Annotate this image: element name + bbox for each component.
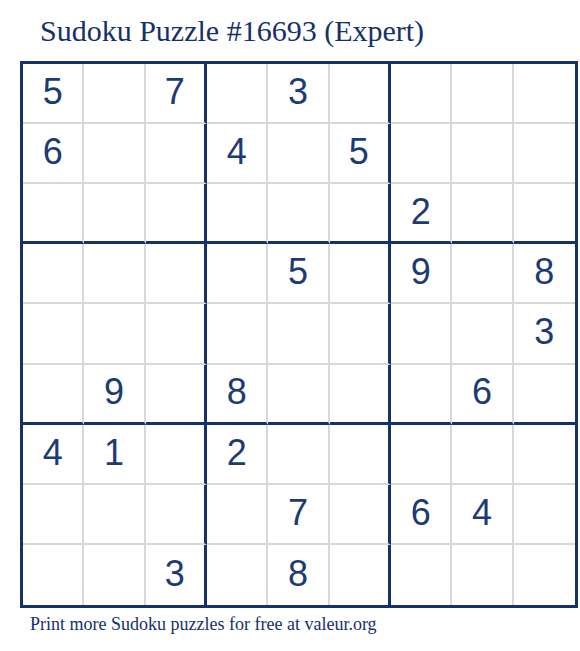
cell-r6c5[interactable] bbox=[268, 365, 329, 425]
cell-r2c3[interactable] bbox=[146, 124, 207, 184]
cell-r1c8[interactable] bbox=[452, 64, 513, 124]
cell-r8c9[interactable] bbox=[514, 485, 575, 545]
cell-r9c2[interactable] bbox=[84, 545, 145, 605]
cell-r9c5[interactable]: 8 bbox=[268, 545, 329, 605]
cell-r1c3[interactable]: 7 bbox=[146, 64, 207, 124]
cell-r6c7[interactable] bbox=[391, 365, 452, 425]
cell-r1c5[interactable]: 3 bbox=[268, 64, 329, 124]
cell-r4c1[interactable] bbox=[23, 244, 84, 304]
cell-r2c4[interactable]: 4 bbox=[207, 124, 268, 184]
cell-r3c7[interactable]: 2 bbox=[391, 184, 452, 244]
cell-r8c2[interactable] bbox=[84, 485, 145, 545]
cell-r1c2[interactable] bbox=[84, 64, 145, 124]
cell-r5c5[interactable] bbox=[268, 304, 329, 364]
cell-r5c7[interactable] bbox=[391, 304, 452, 364]
cell-r7c2[interactable]: 1 bbox=[84, 425, 145, 485]
cell-r6c4[interactable]: 8 bbox=[207, 365, 268, 425]
cell-r9c6[interactable] bbox=[330, 545, 391, 605]
cell-r3c6[interactable] bbox=[330, 184, 391, 244]
cell-r4c9[interactable]: 8 bbox=[514, 244, 575, 304]
cell-r4c8[interactable] bbox=[452, 244, 513, 304]
cell-r5c2[interactable] bbox=[84, 304, 145, 364]
cell-r9c9[interactable] bbox=[514, 545, 575, 605]
cell-r7c7[interactable] bbox=[391, 425, 452, 485]
cell-r2c8[interactable] bbox=[452, 124, 513, 184]
cell-r2c1[interactable]: 6 bbox=[23, 124, 84, 184]
cell-r6c8[interactable]: 6 bbox=[452, 365, 513, 425]
cell-r7c6[interactable] bbox=[330, 425, 391, 485]
cell-r8c4[interactable] bbox=[207, 485, 268, 545]
cell-r5c9[interactable]: 3 bbox=[514, 304, 575, 364]
cell-r2c5[interactable] bbox=[268, 124, 329, 184]
cell-r8c8[interactable]: 4 bbox=[452, 485, 513, 545]
cell-r5c1[interactable] bbox=[23, 304, 84, 364]
cell-r3c3[interactable] bbox=[146, 184, 207, 244]
cell-r9c1[interactable] bbox=[23, 545, 84, 605]
cell-r3c8[interactable] bbox=[452, 184, 513, 244]
sudoku-page: Sudoku Puzzle #16693 (Expert) 5736452598… bbox=[0, 0, 580, 651]
cell-r1c9[interactable] bbox=[514, 64, 575, 124]
cell-r1c7[interactable] bbox=[391, 64, 452, 124]
cell-r6c2[interactable]: 9 bbox=[84, 365, 145, 425]
cell-r6c6[interactable] bbox=[330, 365, 391, 425]
cell-r1c6[interactable] bbox=[330, 64, 391, 124]
cell-r1c4[interactable] bbox=[207, 64, 268, 124]
cell-r8c5[interactable]: 7 bbox=[268, 485, 329, 545]
footer-text: Print more Sudoku puzzles for free at va… bbox=[30, 614, 377, 636]
cell-r6c1[interactable] bbox=[23, 365, 84, 425]
cell-r7c4[interactable]: 2 bbox=[207, 425, 268, 485]
cell-r4c7[interactable]: 9 bbox=[391, 244, 452, 304]
cell-r9c4[interactable] bbox=[207, 545, 268, 605]
cell-r7c8[interactable] bbox=[452, 425, 513, 485]
page-title: Sudoku Puzzle #16693 (Expert) bbox=[40, 14, 424, 47]
cell-r6c3[interactable] bbox=[146, 365, 207, 425]
cell-r4c2[interactable] bbox=[84, 244, 145, 304]
cell-r4c4[interactable] bbox=[207, 244, 268, 304]
cell-r3c1[interactable] bbox=[23, 184, 84, 244]
cell-r5c8[interactable] bbox=[452, 304, 513, 364]
cell-r8c6[interactable] bbox=[330, 485, 391, 545]
cell-r1c1[interactable]: 5 bbox=[23, 64, 84, 124]
cell-r6c9[interactable] bbox=[514, 365, 575, 425]
cell-r7c1[interactable]: 4 bbox=[23, 425, 84, 485]
sudoku-board: 5736452598398641276438 bbox=[20, 61, 578, 608]
cell-r3c5[interactable] bbox=[268, 184, 329, 244]
cell-r9c3[interactable]: 3 bbox=[146, 545, 207, 605]
cell-r4c5[interactable]: 5 bbox=[268, 244, 329, 304]
cell-r9c7[interactable] bbox=[391, 545, 452, 605]
cell-r5c3[interactable] bbox=[146, 304, 207, 364]
cell-r2c7[interactable] bbox=[391, 124, 452, 184]
cell-r3c4[interactable] bbox=[207, 184, 268, 244]
cell-r2c9[interactable] bbox=[514, 124, 575, 184]
cell-r3c9[interactable] bbox=[514, 184, 575, 244]
cell-r4c3[interactable] bbox=[146, 244, 207, 304]
cell-r7c5[interactable] bbox=[268, 425, 329, 485]
cell-r2c6[interactable]: 5 bbox=[330, 124, 391, 184]
cell-r5c4[interactable] bbox=[207, 304, 268, 364]
cell-r7c3[interactable] bbox=[146, 425, 207, 485]
cell-r7c9[interactable] bbox=[514, 425, 575, 485]
cell-r8c7[interactable]: 6 bbox=[391, 485, 452, 545]
cell-r3c2[interactable] bbox=[84, 184, 145, 244]
cell-r9c8[interactable] bbox=[452, 545, 513, 605]
cell-r4c6[interactable] bbox=[330, 244, 391, 304]
cell-r8c3[interactable] bbox=[146, 485, 207, 545]
cell-r2c2[interactable] bbox=[84, 124, 145, 184]
cell-r8c1[interactable] bbox=[23, 485, 84, 545]
cell-r5c6[interactable] bbox=[330, 304, 391, 364]
